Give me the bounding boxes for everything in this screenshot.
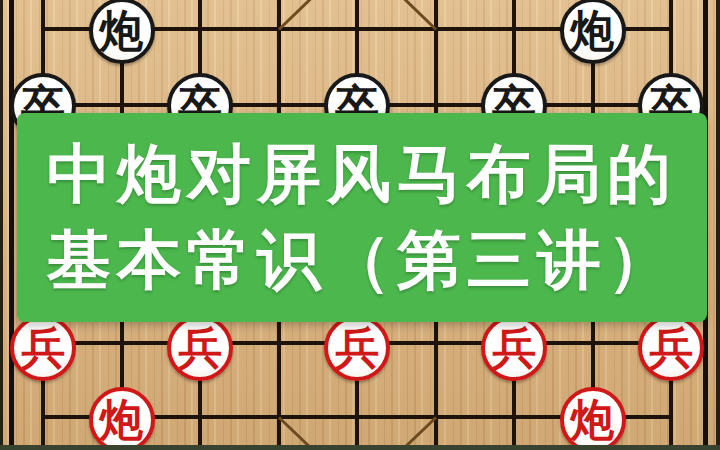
piece-red-cannon[interactable]: 炮 bbox=[560, 387, 626, 450]
piece-glyph: 炮 bbox=[100, 398, 144, 442]
title-line-2: 基本常识（第三讲） bbox=[47, 227, 677, 295]
piece-red-soldier[interactable]: 兵 bbox=[10, 315, 76, 381]
frame-edge-left bbox=[0, 0, 3, 450]
piece-glyph: 炮 bbox=[571, 9, 615, 53]
piece-red-soldier[interactable]: 兵 bbox=[638, 315, 704, 381]
piece-black-cannon[interactable]: 炮 bbox=[560, 0, 626, 64]
piece-red-cannon[interactable]: 炮 bbox=[89, 387, 155, 450]
frame-edge-bottom bbox=[0, 445, 720, 450]
piece-glyph: 兵 bbox=[21, 326, 65, 370]
title-banner: 中炮对屏风马布局的 基本常识（第三讲） bbox=[17, 113, 707, 322]
palace-diagonal bbox=[277, 0, 358, 30]
piece-glyph: 炮 bbox=[571, 398, 615, 442]
piece-black-cannon[interactable]: 炮 bbox=[89, 0, 155, 64]
piece-red-soldier[interactable]: 兵 bbox=[167, 315, 233, 381]
xiangqi-board: 炮炮卒卒卒卒卒兵兵兵兵兵炮炮 中炮对屏风马布局的 基本常识（第三讲） bbox=[0, 0, 720, 450]
piece-glyph: 兵 bbox=[178, 326, 222, 370]
piece-glyph: 兵 bbox=[649, 326, 693, 370]
piece-glyph: 兵 bbox=[335, 326, 379, 370]
piece-glyph: 炮 bbox=[100, 9, 144, 53]
palace-diagonal bbox=[356, 0, 437, 30]
title-line-1: 中炮对屏风马布局的 bbox=[47, 141, 677, 209]
frame-edge-right bbox=[716, 0, 720, 450]
piece-red-soldier[interactable]: 兵 bbox=[324, 315, 390, 381]
board-border-left bbox=[9, 0, 14, 450]
piece-red-soldier[interactable]: 兵 bbox=[481, 315, 547, 381]
piece-glyph: 兵 bbox=[492, 326, 536, 370]
